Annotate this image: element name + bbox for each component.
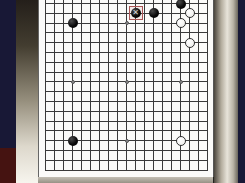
grid-vline [63, 0, 64, 171]
star-point [125, 80, 129, 84]
grid-vline [153, 0, 154, 171]
grid-vline [99, 0, 100, 171]
stone-black-Q18[interactable] [176, 0, 186, 9]
grid-vline [108, 0, 109, 171]
stone-white-Q16[interactable] [176, 18, 186, 28]
stone-black-L17[interactable]: ✕ [131, 8, 141, 18]
grid-vline [171, 0, 172, 171]
grid-vline [117, 0, 118, 171]
grid-vline [144, 0, 145, 171]
grid-vline [90, 0, 91, 171]
stone-black-N17[interactable] [149, 8, 159, 18]
grid-vline [81, 0, 82, 171]
stone-black-D4[interactable] [68, 136, 78, 146]
grid-vline [135, 0, 136, 171]
stone-white-Q4[interactable] [176, 136, 186, 146]
grid-vline [126, 0, 127, 171]
star-point [125, 21, 129, 25]
device-bezel-right [213, 0, 238, 183]
grid-vline [45, 0, 46, 171]
stone-white-R14[interactable] [185, 38, 195, 48]
star-point [125, 139, 129, 143]
star-point [71, 80, 75, 84]
grid-vline [189, 0, 190, 171]
grid-vline [54, 0, 55, 171]
grid-vline [207, 0, 208, 171]
last-move-cross-icon: ✕ [132, 9, 139, 17]
stone-black-D16[interactable] [68, 18, 78, 28]
grid-vline [162, 0, 163, 171]
device-bezel-left [16, 0, 39, 183]
device-bezel-bottom [38, 176, 213, 183]
stone-white-R17[interactable] [185, 8, 195, 18]
grid-vline [198, 0, 199, 171]
go-board[interactable]: ✕ [38, 0, 214, 177]
star-point [179, 80, 183, 84]
